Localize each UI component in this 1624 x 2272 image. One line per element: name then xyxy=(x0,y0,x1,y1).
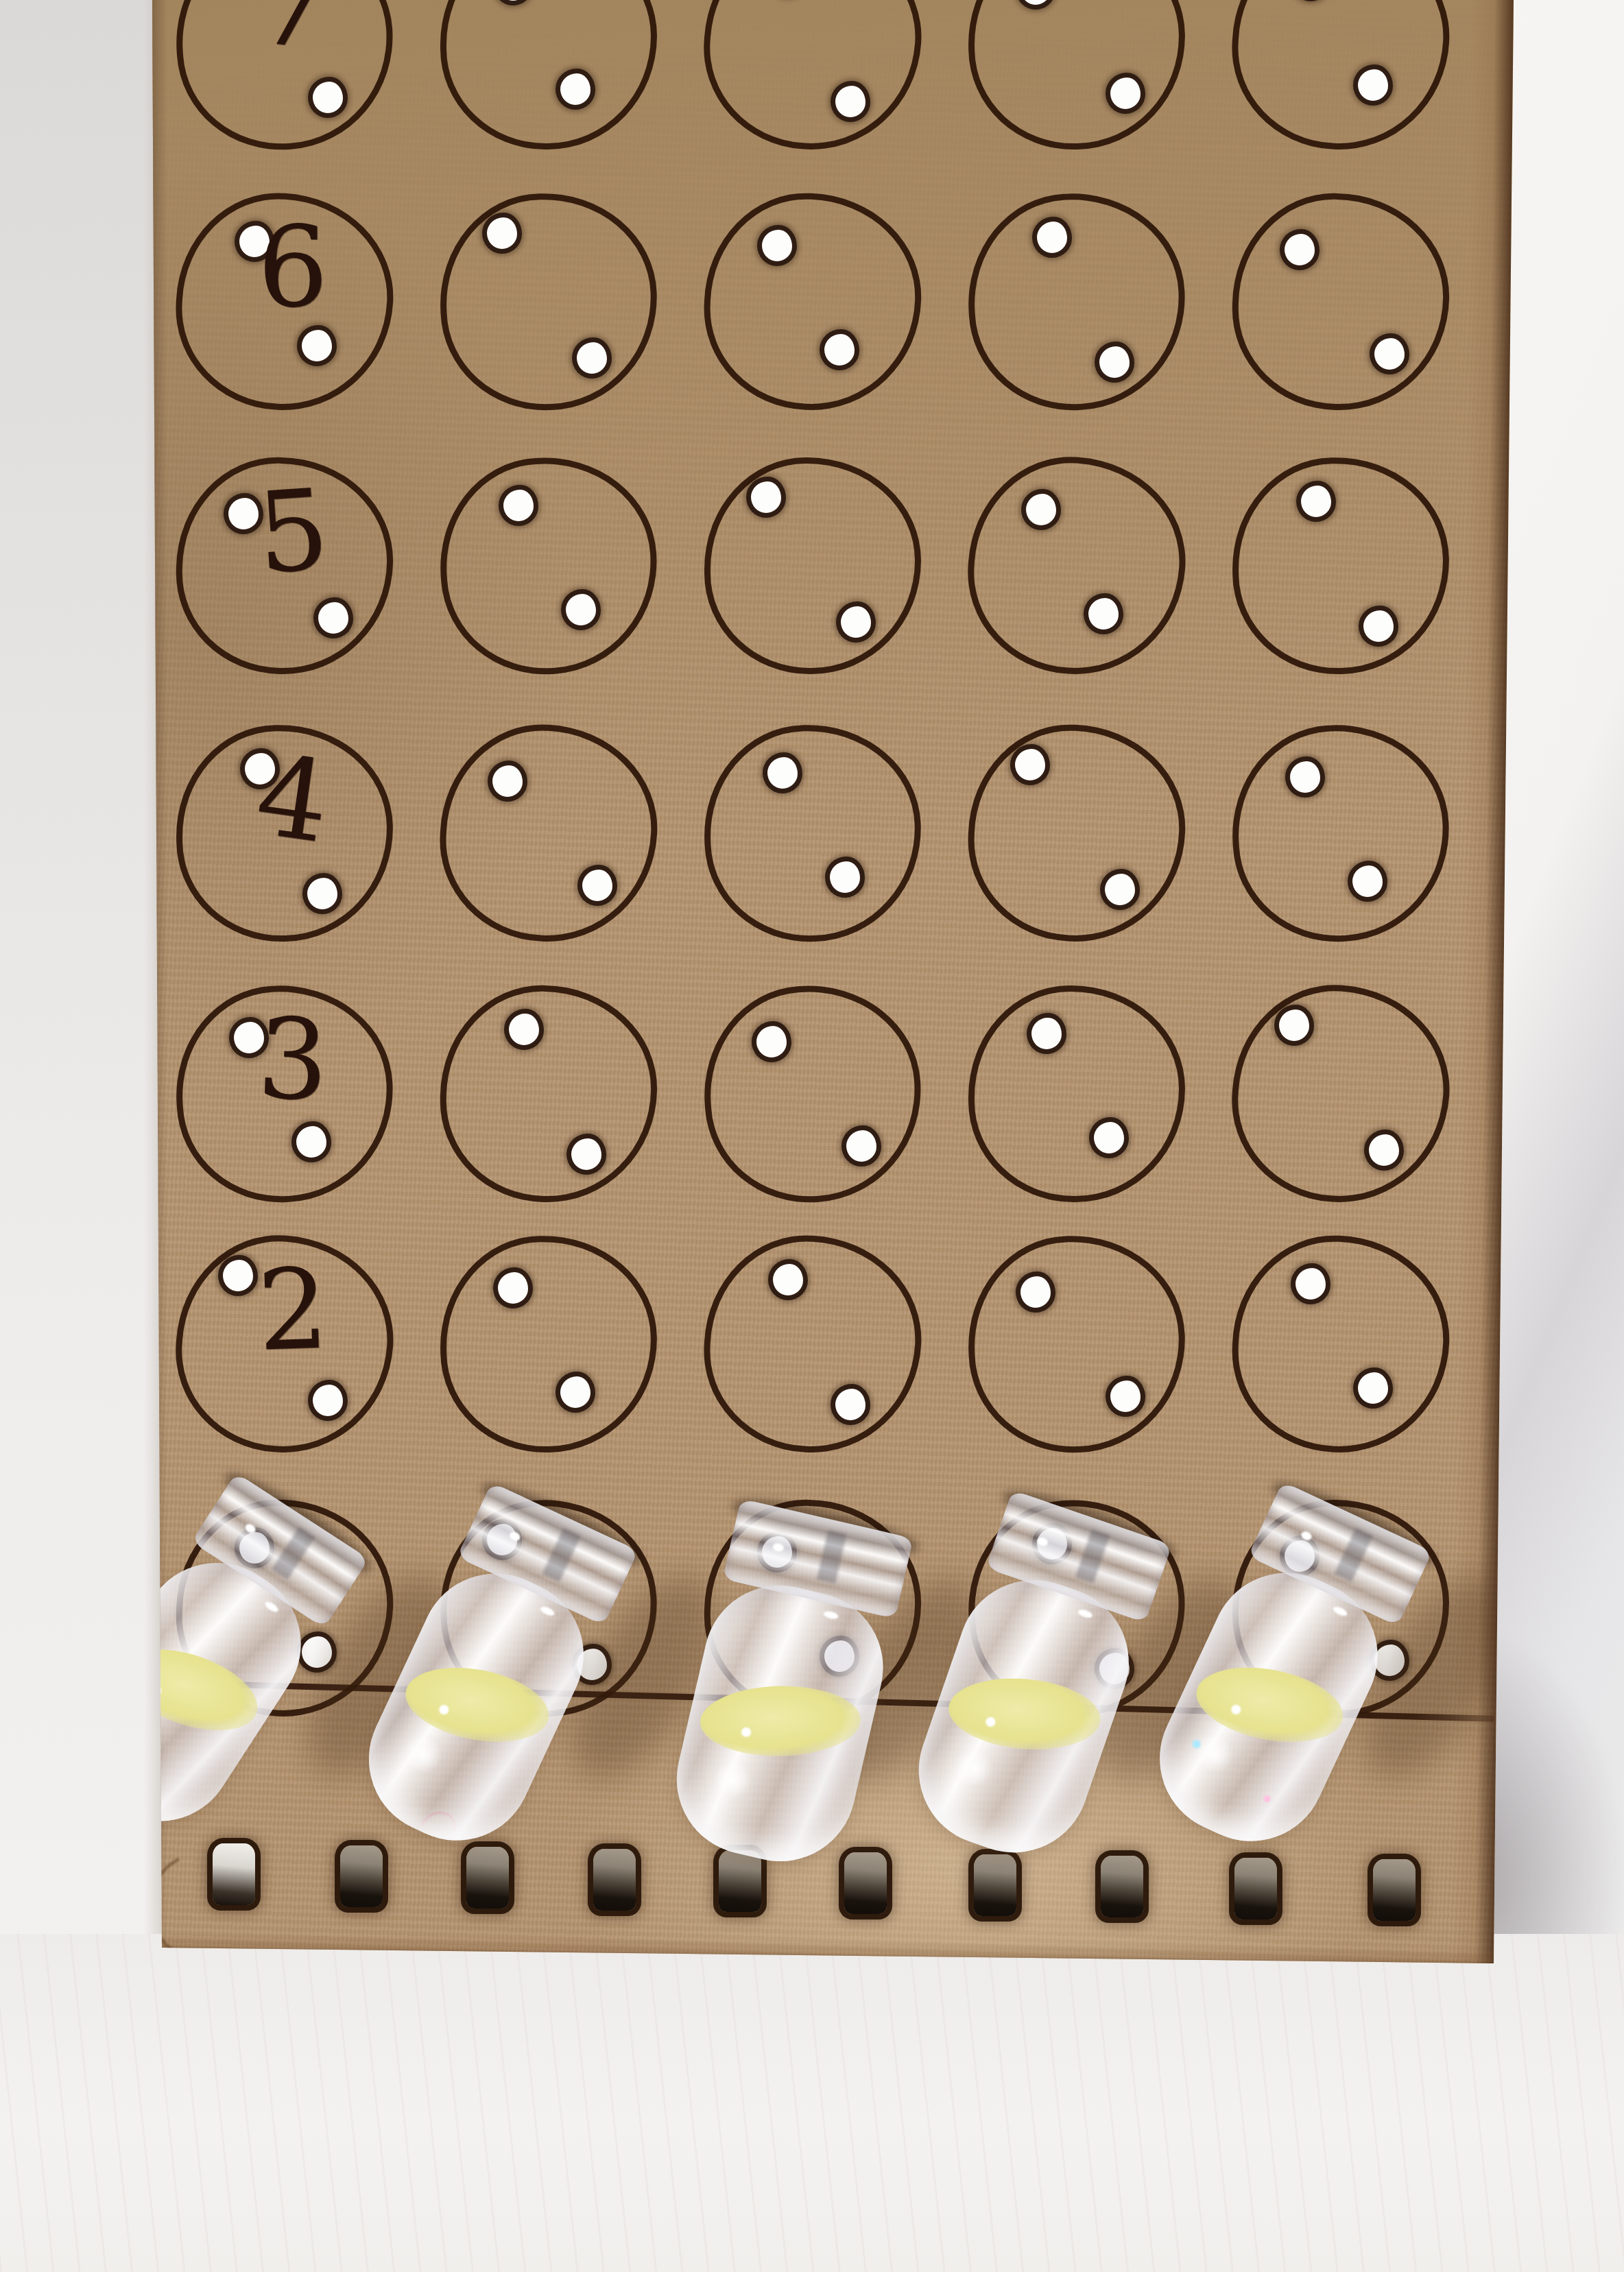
row-label-5: 5 xyxy=(231,472,355,590)
lead-slot-2 xyxy=(340,1845,383,1907)
lead-hole-top-r6c5 xyxy=(1280,229,1319,270)
socket-circle-r7c3 xyxy=(697,0,928,157)
socket-circle-r4c4 xyxy=(965,721,1189,946)
lead-hole-top-r2c5 xyxy=(1291,1263,1330,1304)
lead-hole-bottom-r6c4 xyxy=(1095,342,1134,383)
lead-hole-top-r2c2 xyxy=(493,1267,533,1308)
socket-circle-r5c2 xyxy=(433,450,664,681)
lead-hole-top-r6c3 xyxy=(757,225,797,266)
socket-circle-r6c3 xyxy=(701,190,925,414)
lead-slot-5 xyxy=(719,1850,761,1912)
lead-hole-bottom-r5c1 xyxy=(313,597,353,638)
socket-circle-r6c4 xyxy=(963,188,1191,416)
lead-hole-bottom-r3c2 xyxy=(566,1134,606,1175)
lead-hole-top-r6c2 xyxy=(482,213,522,254)
lead-hole-bottom-r3c5 xyxy=(1364,1129,1404,1171)
lead-slot-1 xyxy=(213,1843,255,1905)
socket-circle-r4c3 xyxy=(701,721,925,946)
lead-hole-bottom-r2c1 xyxy=(308,1380,348,1421)
lead-hole-bottom-r5c4 xyxy=(1084,593,1123,634)
lead-hole-bottom-r5c3 xyxy=(836,601,876,643)
lead-hole-bottom-r7c3 xyxy=(831,81,870,122)
lead-hole-bottom-r7c1 xyxy=(308,77,348,118)
background-paper-bottom xyxy=(0,1934,1624,2272)
socket-circle-r6c5 xyxy=(1230,191,1450,411)
socket-circle-r7c2 xyxy=(440,0,657,150)
lead-hole-bottom-r3c3 xyxy=(841,1125,881,1167)
lead-hole-bottom-r2c3 xyxy=(831,1384,870,1425)
lead-hole-bottom-r6c5 xyxy=(1370,333,1409,374)
background-paper-left xyxy=(0,0,162,2272)
lead-hole-bottom-r5c5 xyxy=(1359,606,1398,647)
lead-slot-4 xyxy=(593,1849,636,1911)
lead-hole-top-r3c4 xyxy=(1027,1013,1066,1054)
lead-slot-10 xyxy=(1373,1859,1416,1921)
lead-hole-bottom-r6c3 xyxy=(820,329,859,370)
socket-circle-r3c4 xyxy=(968,985,1185,1202)
lead-hole-bottom-r4c3 xyxy=(825,857,865,898)
socket-circle-r6c2 xyxy=(437,190,661,414)
lead-hole-top-r4c3 xyxy=(763,752,802,793)
cardboard-board: 765432 xyxy=(0,0,1624,2272)
lead-hole-top-r5c2 xyxy=(499,485,538,526)
lead-hole-top-r5c4 xyxy=(1021,489,1061,530)
lead-slot-7 xyxy=(974,1854,1016,1916)
lead-slot-8 xyxy=(1101,1856,1143,1917)
socket-circle-r2c5 xyxy=(1229,1232,1453,1457)
lead-hole-top-r4c2 xyxy=(488,761,527,802)
lead-hole-top-r5c3 xyxy=(746,477,786,518)
row-label-4: 4 xyxy=(228,736,359,862)
socket-circle-r3c5 xyxy=(1225,978,1456,1209)
lead-hole-top-r3c5 xyxy=(1274,1005,1314,1046)
lead-hole-top-r6c4 xyxy=(1032,217,1072,258)
led-bulb-3 xyxy=(662,1498,915,1876)
lead-hole-top-r4c4 xyxy=(1010,744,1050,785)
lead-hole-bottom-r4c5 xyxy=(1348,861,1387,902)
lead-hole-top-r2c4 xyxy=(1016,1271,1055,1313)
lead-slot-9 xyxy=(1234,1858,1277,1920)
lead-hole-bottom-r2c2 xyxy=(556,1372,595,1413)
row-label-3: 3 xyxy=(232,1002,353,1117)
lead-hole-bottom-r2c5 xyxy=(1353,1367,1393,1409)
lead-hole-bottom-r4c4 xyxy=(1100,869,1140,910)
lead-hole-top-r4c5 xyxy=(1285,756,1325,798)
lead-hole-bottom-r4c2 xyxy=(577,865,617,906)
lead-hole-bottom-r7c5 xyxy=(1353,64,1393,106)
lead-hole-bottom-r5c2 xyxy=(561,589,601,630)
socket-circle-r5c4 xyxy=(961,450,1192,681)
socket-circle-r5c3 xyxy=(704,457,921,674)
row-label-7: 7 xyxy=(229,0,357,68)
socket-circle-r4c5 xyxy=(1227,719,1455,947)
lead-hole-bottom-r6c2 xyxy=(572,337,612,379)
socket-circle-r5c5 xyxy=(1230,455,1450,675)
lead-hole-top-r2c3 xyxy=(768,1259,808,1300)
photo-stage: 765432 xyxy=(0,0,1624,2272)
lead-hole-top-r3c2 xyxy=(504,1009,544,1050)
lead-hole-bottom-r2c4 xyxy=(1106,1376,1145,1417)
socket-circle-r3c2 xyxy=(438,983,658,1204)
lead-hole-bottom-r7c2 xyxy=(556,69,595,110)
row-label-6: 6 xyxy=(235,212,351,323)
socket-circle-r7c5 xyxy=(1227,0,1455,155)
socket-circle-r3c3 xyxy=(697,978,928,1209)
lead-hole-top-r3c3 xyxy=(752,1021,791,1062)
lead-slot-6 xyxy=(844,1852,887,1914)
socket-circle-r2c2 xyxy=(438,1234,658,1454)
lead-hole-bottom-r7c4 xyxy=(1106,73,1145,114)
lead-hole-bottom-r3c4 xyxy=(1089,1117,1129,1158)
row-label-2: 2 xyxy=(232,1252,353,1367)
socket-circle-r2c4 xyxy=(965,1232,1189,1457)
socket-circle-r7c4 xyxy=(966,0,1186,152)
socket-circle-r4c2 xyxy=(435,719,662,947)
lead-hole-bottom-r3c1 xyxy=(291,1121,331,1162)
socket-circle-r2c3 xyxy=(699,1230,927,1458)
lead-hole-bottom-r4c1 xyxy=(302,873,342,914)
lead-hole-top-r5c5 xyxy=(1296,481,1336,522)
